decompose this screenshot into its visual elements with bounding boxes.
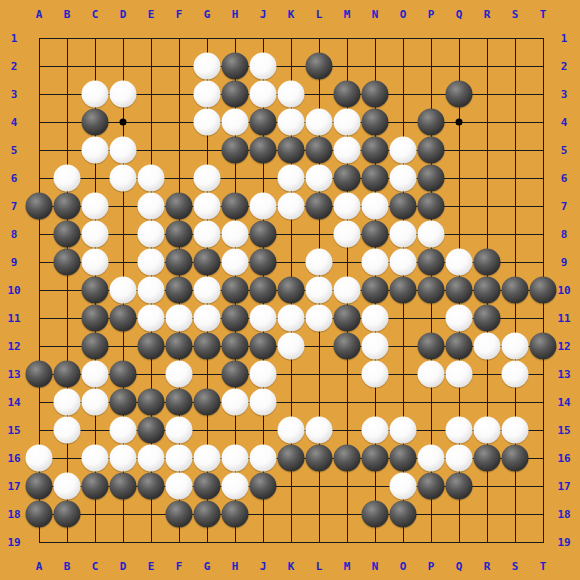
stone-black-P6[interactable] — [418, 165, 445, 192]
stone-black-H12[interactable] — [222, 333, 249, 360]
column-label-top-S: S — [512, 9, 519, 20]
stone-black-O18[interactable] — [390, 501, 417, 528]
stone-white-H9[interactable] — [222, 249, 249, 276]
column-label-top-Q: Q — [456, 9, 463, 20]
row-label-left-6: 6 — [11, 173, 18, 184]
stone-black-F18[interactable] — [166, 501, 193, 528]
stone-white-R12[interactable] — [474, 333, 501, 360]
column-label-top-L: L — [316, 9, 323, 20]
column-label-bottom-F: F — [176, 561, 183, 572]
row-label-right-2: 2 — [561, 61, 568, 72]
stone-black-N6[interactable] — [362, 165, 389, 192]
stone-black-T10[interactable] — [530, 277, 557, 304]
stone-black-R9[interactable] — [474, 249, 501, 276]
row-label-left-1: 1 — [11, 33, 18, 44]
stone-white-G11[interactable] — [194, 305, 221, 332]
stone-black-P4[interactable] — [418, 109, 445, 136]
stone-black-F9[interactable] — [166, 249, 193, 276]
stone-white-O15[interactable] — [390, 417, 417, 444]
stone-black-C4[interactable] — [82, 109, 109, 136]
stone-black-C17[interactable] — [82, 473, 109, 500]
row-label-right-4: 4 — [561, 117, 568, 128]
column-label-bottom-E: E — [148, 561, 155, 572]
stone-black-C11[interactable] — [82, 305, 109, 332]
row-label-left-14: 14 — [7, 397, 20, 408]
stone-white-O6[interactable] — [390, 165, 417, 192]
stone-white-J16[interactable] — [250, 445, 277, 472]
stone-black-D17[interactable] — [110, 473, 137, 500]
stone-white-S13[interactable] — [502, 361, 529, 388]
stone-black-M11[interactable] — [334, 305, 361, 332]
stone-white-E7[interactable] — [138, 193, 165, 220]
stone-black-K16[interactable] — [278, 445, 305, 472]
row-label-left-8: 8 — [11, 229, 18, 240]
row-label-left-11: 11 — [7, 313, 20, 324]
stone-black-J4[interactable] — [250, 109, 277, 136]
stone-black-D14[interactable] — [110, 389, 137, 416]
stone-black-F8[interactable] — [166, 221, 193, 248]
stone-white-Q15[interactable] — [446, 417, 473, 444]
stone-white-Q11[interactable] — [446, 305, 473, 332]
stone-white-F11[interactable] — [166, 305, 193, 332]
stone-white-H14[interactable] — [222, 389, 249, 416]
stone-black-J8[interactable] — [250, 221, 277, 248]
stone-black-E15[interactable] — [138, 417, 165, 444]
stone-black-K10[interactable] — [278, 277, 305, 304]
stone-white-B15[interactable] — [54, 417, 81, 444]
stone-white-K6[interactable] — [278, 165, 305, 192]
row-label-right-14: 14 — [557, 397, 570, 408]
stone-black-E17[interactable] — [138, 473, 165, 500]
row-label-right-16: 16 — [557, 453, 570, 464]
stone-white-B14[interactable] — [54, 389, 81, 416]
stone-white-O17[interactable] — [390, 473, 417, 500]
stone-black-K5[interactable] — [278, 137, 305, 164]
stone-black-L5[interactable] — [306, 137, 333, 164]
stone-black-A7[interactable] — [26, 193, 53, 220]
row-label-right-7: 7 — [561, 201, 568, 212]
stone-black-M3[interactable] — [334, 81, 361, 108]
grid-line-horizontal-19 — [39, 542, 544, 543]
stone-black-R11[interactable] — [474, 305, 501, 332]
stone-black-A18[interactable] — [26, 501, 53, 528]
stone-black-J10[interactable] — [250, 277, 277, 304]
stone-black-G12[interactable] — [194, 333, 221, 360]
stone-white-J2[interactable] — [250, 53, 277, 80]
stone-black-J17[interactable] — [250, 473, 277, 500]
stone-white-L11[interactable] — [306, 305, 333, 332]
stone-black-P9[interactable] — [418, 249, 445, 276]
stone-white-H8[interactable] — [222, 221, 249, 248]
stone-white-G2[interactable] — [194, 53, 221, 80]
row-label-left-13: 13 — [7, 369, 20, 380]
column-label-bottom-R: R — [484, 561, 491, 572]
column-label-bottom-O: O — [400, 561, 407, 572]
stone-white-N11[interactable] — [362, 305, 389, 332]
column-label-bottom-A: A — [36, 561, 43, 572]
row-label-left-17: 17 — [7, 481, 20, 492]
column-label-bottom-M: M — [344, 561, 351, 572]
row-label-left-4: 4 — [11, 117, 18, 128]
stone-black-D11[interactable] — [110, 305, 137, 332]
stone-black-J9[interactable] — [250, 249, 277, 276]
row-label-right-1: 1 — [561, 33, 568, 44]
stone-white-N12[interactable] — [362, 333, 389, 360]
stone-black-L2[interactable] — [306, 53, 333, 80]
stone-white-K3[interactable] — [278, 81, 305, 108]
go-board: AA11BB22CC33DD44EE55FF66GG77HH88JJ99KK10… — [0, 0, 580, 580]
stone-black-N18[interactable] — [362, 501, 389, 528]
stone-white-E9[interactable] — [138, 249, 165, 276]
row-label-right-12: 12 — [557, 341, 570, 352]
column-label-bottom-D: D — [120, 561, 127, 572]
stone-black-P10[interactable] — [418, 277, 445, 304]
stone-white-K15[interactable] — [278, 417, 305, 444]
stone-white-C7[interactable] — [82, 193, 109, 220]
stone-black-F10[interactable] — [166, 277, 193, 304]
column-label-bottom-N: N — [372, 561, 379, 572]
stone-white-D10[interactable] — [110, 277, 137, 304]
stone-white-N15[interactable] — [362, 417, 389, 444]
star-point-Q4 — [456, 119, 463, 126]
row-label-right-18: 18 — [557, 509, 570, 520]
stone-white-P8[interactable] — [418, 221, 445, 248]
stone-white-G10[interactable] — [194, 277, 221, 304]
stone-black-H11[interactable] — [222, 305, 249, 332]
column-label-top-C: C — [92, 9, 99, 20]
stone-white-E8[interactable] — [138, 221, 165, 248]
stone-black-E14[interactable] — [138, 389, 165, 416]
stone-white-K12[interactable] — [278, 333, 305, 360]
stone-black-C10[interactable] — [82, 277, 109, 304]
column-label-top-D: D — [120, 9, 127, 20]
stone-black-F14[interactable] — [166, 389, 193, 416]
row-label-right-3: 3 — [561, 89, 568, 100]
stone-white-J14[interactable] — [250, 389, 277, 416]
stone-white-S15[interactable] — [502, 417, 529, 444]
column-label-top-K: K — [288, 9, 295, 20]
row-label-right-6: 6 — [561, 173, 568, 184]
column-label-bottom-K: K — [288, 561, 295, 572]
stone-black-N3[interactable] — [362, 81, 389, 108]
column-label-top-O: O — [400, 9, 407, 20]
stone-black-O7[interactable] — [390, 193, 417, 220]
stone-black-G18[interactable] — [194, 501, 221, 528]
stone-white-M10[interactable] — [334, 277, 361, 304]
stone-black-B7[interactable] — [54, 193, 81, 220]
stone-black-B8[interactable] — [54, 221, 81, 248]
stone-white-M8[interactable] — [334, 221, 361, 248]
stone-white-D6[interactable] — [110, 165, 137, 192]
stone-white-N9[interactable] — [362, 249, 389, 276]
stone-black-D13[interactable] — [110, 361, 137, 388]
stone-white-R15[interactable] — [474, 417, 501, 444]
stone-white-M5[interactable] — [334, 137, 361, 164]
stone-black-Q10[interactable] — [446, 277, 473, 304]
stone-black-H10[interactable] — [222, 277, 249, 304]
row-label-left-12: 12 — [7, 341, 20, 352]
row-label-left-9: 9 — [11, 257, 18, 268]
stone-white-K4[interactable] — [278, 109, 305, 136]
stone-white-C8[interactable] — [82, 221, 109, 248]
stone-white-J11[interactable] — [250, 305, 277, 332]
stone-black-M6[interactable] — [334, 165, 361, 192]
stone-white-E11[interactable] — [138, 305, 165, 332]
stone-black-M16[interactable] — [334, 445, 361, 472]
row-label-right-5: 5 — [561, 145, 568, 156]
stone-white-G7[interactable] — [194, 193, 221, 220]
stone-white-B17[interactable] — [54, 473, 81, 500]
column-label-top-H: H — [232, 9, 239, 20]
stone-black-E12[interactable] — [138, 333, 165, 360]
stone-black-R10[interactable] — [474, 277, 501, 304]
stone-white-F13[interactable] — [166, 361, 193, 388]
stone-white-Q13[interactable] — [446, 361, 473, 388]
stone-white-D5[interactable] — [110, 137, 137, 164]
grid-line-horizontal-18 — [39, 514, 544, 515]
stone-white-N13[interactable] — [362, 361, 389, 388]
stone-white-C16[interactable] — [82, 445, 109, 472]
stone-black-F12[interactable] — [166, 333, 193, 360]
stone-white-G8[interactable] — [194, 221, 221, 248]
column-label-bottom-G: G — [204, 561, 211, 572]
row-label-left-3: 3 — [11, 89, 18, 100]
column-label-top-J: J — [260, 9, 267, 20]
stone-black-T12[interactable] — [530, 333, 557, 360]
stone-white-E6[interactable] — [138, 165, 165, 192]
stone-black-P12[interactable] — [418, 333, 445, 360]
stone-black-G9[interactable] — [194, 249, 221, 276]
stone-white-C13[interactable] — [82, 361, 109, 388]
row-label-left-10: 10 — [7, 285, 20, 296]
row-label-right-10: 10 — [557, 285, 570, 296]
stone-white-L10[interactable] — [306, 277, 333, 304]
stone-white-F15[interactable] — [166, 417, 193, 444]
stone-black-B9[interactable] — [54, 249, 81, 276]
stone-white-J3[interactable] — [250, 81, 277, 108]
stone-white-D16[interactable] — [110, 445, 137, 472]
stone-white-P13[interactable] — [418, 361, 445, 388]
stone-white-L15[interactable] — [306, 417, 333, 444]
column-label-top-M: M — [344, 9, 351, 20]
stone-black-H5[interactable] — [222, 137, 249, 164]
stone-white-H17[interactable] — [222, 473, 249, 500]
stone-black-N10[interactable] — [362, 277, 389, 304]
row-label-right-19: 19 — [557, 537, 570, 548]
stone-white-E10[interactable] — [138, 277, 165, 304]
column-label-bottom-Q: Q — [456, 561, 463, 572]
row-label-left-5: 5 — [11, 145, 18, 156]
stone-black-F7[interactable] — [166, 193, 193, 220]
stone-white-G16[interactable] — [194, 445, 221, 472]
column-label-bottom-J: J — [260, 561, 267, 572]
stone-black-H2[interactable] — [222, 53, 249, 80]
column-label-top-B: B — [64, 9, 71, 20]
stone-white-D3[interactable] — [110, 81, 137, 108]
row-label-left-7: 7 — [11, 201, 18, 212]
stone-white-G3[interactable] — [194, 81, 221, 108]
stone-white-J13[interactable] — [250, 361, 277, 388]
stone-black-H13[interactable] — [222, 361, 249, 388]
stone-black-B13[interactable] — [54, 361, 81, 388]
stone-white-O8[interactable] — [390, 221, 417, 248]
column-label-bottom-B: B — [64, 561, 71, 572]
row-label-right-9: 9 — [561, 257, 568, 268]
stone-black-N5[interactable] — [362, 137, 389, 164]
stone-white-O9[interactable] — [390, 249, 417, 276]
stone-black-S10[interactable] — [502, 277, 529, 304]
stone-black-Q3[interactable] — [446, 81, 473, 108]
column-label-top-G: G — [204, 9, 211, 20]
column-label-bottom-T: T — [540, 561, 547, 572]
stone-white-K11[interactable] — [278, 305, 305, 332]
stone-black-P5[interactable] — [418, 137, 445, 164]
column-label-bottom-P: P — [428, 561, 435, 572]
stone-white-J7[interactable] — [250, 193, 277, 220]
stone-white-N7[interactable] — [362, 193, 389, 220]
stone-white-C9[interactable] — [82, 249, 109, 276]
stone-black-G14[interactable] — [194, 389, 221, 416]
stone-black-O10[interactable] — [390, 277, 417, 304]
column-label-bottom-H: H — [232, 561, 239, 572]
column-label-bottom-L: L — [316, 561, 323, 572]
star-point-D4 — [120, 119, 127, 126]
stone-black-N8[interactable] — [362, 221, 389, 248]
stone-black-H7[interactable] — [222, 193, 249, 220]
stone-white-E16[interactable] — [138, 445, 165, 472]
stone-white-M7[interactable] — [334, 193, 361, 220]
stone-black-H3[interactable] — [222, 81, 249, 108]
row-label-right-17: 17 — [557, 481, 570, 492]
row-label-left-19: 19 — [7, 537, 20, 548]
stone-black-P17[interactable] — [418, 473, 445, 500]
stone-black-M12[interactable] — [334, 333, 361, 360]
stone-white-O5[interactable] — [390, 137, 417, 164]
row-label-right-8: 8 — [561, 229, 568, 240]
column-label-bottom-S: S — [512, 561, 519, 572]
column-label-top-N: N — [372, 9, 379, 20]
stone-white-G6[interactable] — [194, 165, 221, 192]
stone-black-R16[interactable] — [474, 445, 501, 472]
stone-black-A17[interactable] — [26, 473, 53, 500]
stone-white-H4[interactable] — [222, 109, 249, 136]
stone-white-L6[interactable] — [306, 165, 333, 192]
stone-white-L9[interactable] — [306, 249, 333, 276]
stone-black-H18[interactable] — [222, 501, 249, 528]
row-label-right-11: 11 — [557, 313, 570, 324]
column-label-bottom-C: C — [92, 561, 99, 572]
stone-black-Q12[interactable] — [446, 333, 473, 360]
stone-white-M4[interactable] — [334, 109, 361, 136]
stone-black-S16[interactable] — [502, 445, 529, 472]
column-label-top-T: T — [540, 9, 547, 20]
stone-black-J5[interactable] — [250, 137, 277, 164]
stone-black-N16[interactable] — [362, 445, 389, 472]
column-label-top-A: A — [36, 9, 43, 20]
stone-white-G4[interactable] — [194, 109, 221, 136]
stone-white-B6[interactable] — [54, 165, 81, 192]
stone-white-A16[interactable] — [26, 445, 53, 472]
row-label-right-13: 13 — [557, 369, 570, 380]
stone-white-C5[interactable] — [82, 137, 109, 164]
stone-white-S12[interactable] — [502, 333, 529, 360]
column-label-top-E: E — [148, 9, 155, 20]
stone-black-N4[interactable] — [362, 109, 389, 136]
stone-white-F17[interactable] — [166, 473, 193, 500]
stone-white-H16[interactable] — [222, 445, 249, 472]
row-label-left-18: 18 — [7, 509, 20, 520]
stone-black-O16[interactable] — [390, 445, 417, 472]
stone-white-K7[interactable] — [278, 193, 305, 220]
stone-black-Q17[interactable] — [446, 473, 473, 500]
column-label-top-F: F — [176, 9, 183, 20]
stone-white-D15[interactable] — [110, 417, 137, 444]
stone-black-J12[interactable] — [250, 333, 277, 360]
column-label-top-P: P — [428, 9, 435, 20]
stone-black-A13[interactable] — [26, 361, 53, 388]
stone-white-F16[interactable] — [166, 445, 193, 472]
stone-white-Q9[interactable] — [446, 249, 473, 276]
row-label-right-15: 15 — [557, 425, 570, 436]
stone-white-P16[interactable] — [418, 445, 445, 472]
stone-black-L7[interactable] — [306, 193, 333, 220]
stone-black-P7[interactable] — [418, 193, 445, 220]
row-label-left-2: 2 — [11, 61, 18, 72]
stone-white-Q16[interactable] — [446, 445, 473, 472]
stone-white-C14[interactable] — [82, 389, 109, 416]
stone-black-C12[interactable] — [82, 333, 109, 360]
stone-black-L16[interactable] — [306, 445, 333, 472]
row-label-left-16: 16 — [7, 453, 20, 464]
row-label-left-15: 15 — [7, 425, 20, 436]
stone-black-B18[interactable] — [54, 501, 81, 528]
stone-white-C3[interactable] — [82, 81, 109, 108]
column-label-top-R: R — [484, 9, 491, 20]
stone-black-G17[interactable] — [194, 473, 221, 500]
stone-white-L4[interactable] — [306, 109, 333, 136]
